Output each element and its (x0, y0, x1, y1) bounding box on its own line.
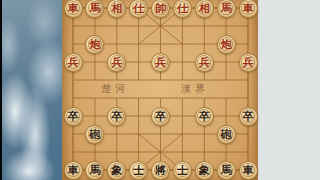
piece-glyph: 象 (199, 165, 210, 176)
piece-red-general[interactable]: 帥 (151, 0, 170, 18)
piece-red-chariot[interactable]: 車 (64, 0, 83, 18)
piece-red-advisor[interactable]: 仕 (173, 0, 192, 18)
piece-glyph: 卒 (68, 111, 79, 122)
piece-red-elephant[interactable]: 相 (195, 0, 214, 18)
piece-red-cannon[interactable]: 炮 (217, 35, 236, 54)
river-label-han: 漢界 (181, 81, 209, 96)
piece-glyph: 仕 (133, 3, 144, 14)
piece-glyph: 馬 (221, 165, 232, 176)
piece-glyph: 車 (243, 3, 254, 14)
piece-glyph: 車 (243, 165, 254, 176)
piece-black-chariot[interactable]: 車 (64, 161, 83, 180)
river-label-chu: 楚河 (101, 81, 129, 96)
piece-glyph: 車 (68, 3, 79, 14)
mountain-background (2, 0, 62, 180)
piece-glyph: 士 (133, 165, 144, 176)
piece-glyph: 象 (111, 165, 122, 176)
piece-black-advisor[interactable]: 士 (129, 161, 148, 180)
piece-glyph: 兵 (111, 57, 122, 68)
piece-glyph: 砲 (221, 129, 232, 140)
piece-glyph: 仕 (177, 3, 188, 14)
piece-glyph: 卒 (243, 111, 254, 122)
piece-glyph: 相 (111, 3, 122, 14)
piece-glyph: 馬 (221, 3, 232, 14)
piece-red-soldier[interactable]: 兵 (151, 53, 170, 72)
piece-black-soldier[interactable]: 卒 (195, 107, 214, 126)
piece-black-horse[interactable]: 馬 (85, 161, 104, 180)
piece-red-soldier[interactable]: 兵 (239, 53, 258, 72)
screen: 楚河 漢界 車馬相仕帥仕相馬車炮炮兵兵兵兵兵卒卒卒卒卒砲砲車馬象士將士象馬車 (0, 0, 320, 180)
piece-glyph: 車 (68, 165, 79, 176)
piece-red-horse[interactable]: 馬 (217, 0, 236, 18)
right-background (258, 0, 320, 180)
piece-glyph: 士 (177, 165, 188, 176)
piece-red-horse[interactable]: 馬 (85, 0, 104, 18)
piece-glyph: 兵 (243, 57, 254, 68)
piece-red-soldier[interactable]: 兵 (195, 53, 214, 72)
piece-red-cannon[interactable]: 炮 (85, 35, 104, 54)
piece-black-cannon[interactable]: 砲 (217, 125, 236, 144)
piece-red-soldier[interactable]: 兵 (64, 53, 83, 72)
piece-glyph: 馬 (89, 165, 100, 176)
piece-glyph: 兵 (155, 57, 166, 68)
piece-glyph: 卒 (155, 111, 166, 122)
piece-black-horse[interactable]: 馬 (217, 161, 236, 180)
piece-glyph: 兵 (68, 57, 79, 68)
piece-black-soldier[interactable]: 卒 (151, 107, 170, 126)
piece-red-elephant[interactable]: 相 (107, 0, 126, 18)
xiangqi-board[interactable]: 楚河 漢界 車馬相仕帥仕相馬車炮炮兵兵兵兵兵卒卒卒卒卒砲砲車馬象士將士象馬車 (62, 0, 258, 180)
piece-glyph: 馬 (89, 3, 100, 14)
piece-glyph: 兵 (199, 57, 210, 68)
piece-glyph: 炮 (221, 39, 232, 50)
piece-black-chariot[interactable]: 車 (239, 161, 258, 180)
piece-black-soldier[interactable]: 卒 (107, 107, 126, 126)
piece-black-soldier[interactable]: 卒 (239, 107, 258, 126)
piece-red-soldier[interactable]: 兵 (107, 53, 126, 72)
piece-red-chariot[interactable]: 車 (239, 0, 258, 18)
piece-black-soldier[interactable]: 卒 (64, 107, 83, 126)
piece-black-advisor[interactable]: 士 (173, 161, 192, 180)
piece-black-cannon[interactable]: 砲 (85, 125, 104, 144)
piece-red-advisor[interactable]: 仕 (129, 0, 148, 18)
piece-glyph: 相 (199, 3, 210, 14)
piece-glyph: 卒 (111, 111, 122, 122)
piece-black-elephant[interactable]: 象 (107, 161, 126, 180)
piece-glyph: 卒 (199, 111, 210, 122)
piece-black-elephant[interactable]: 象 (195, 161, 214, 180)
piece-glyph: 砲 (89, 129, 100, 140)
board-grid (62, 0, 258, 180)
piece-glyph: 炮 (89, 39, 100, 50)
piece-black-general[interactable]: 將 (151, 161, 170, 180)
piece-glyph: 帥 (155, 3, 166, 14)
piece-glyph: 將 (155, 165, 166, 176)
